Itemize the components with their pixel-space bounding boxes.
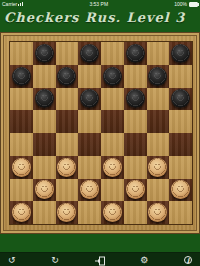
square-b3[interactable] <box>33 156 56 179</box>
white-piece[interactable] <box>148 158 167 177</box>
status-bar: Carrier 3:53 PM 100% <box>0 0 200 8</box>
square-e1[interactable] <box>101 201 124 224</box>
square-e3[interactable] <box>101 156 124 179</box>
square-b7[interactable] <box>33 65 56 88</box>
square-f4[interactable] <box>124 133 147 156</box>
square-f2[interactable] <box>124 179 147 202</box>
square-b6[interactable] <box>33 88 56 111</box>
white-piece[interactable] <box>12 203 31 222</box>
bottom-toolbar: ↺ ↻ ⚙ i <box>0 252 200 266</box>
battery-percent-label: 100% <box>174 0 187 8</box>
black-piece[interactable] <box>126 89 145 108</box>
black-piece[interactable] <box>171 44 190 63</box>
black-piece[interactable] <box>80 89 99 108</box>
square-a7[interactable] <box>10 65 33 88</box>
square-c3[interactable] <box>56 156 79 179</box>
square-e8[interactable] <box>101 42 124 65</box>
square-f8[interactable] <box>124 42 147 65</box>
square-a3[interactable] <box>10 156 33 179</box>
white-piece[interactable] <box>12 158 31 177</box>
board-grid[interactable] <box>9 41 193 225</box>
white-piece[interactable] <box>126 180 145 199</box>
square-f5[interactable] <box>124 110 147 133</box>
square-d5[interactable] <box>78 110 101 133</box>
square-e4[interactable] <box>101 133 124 156</box>
square-b4[interactable] <box>33 133 56 156</box>
black-piece[interactable] <box>35 44 54 63</box>
square-e5[interactable] <box>101 110 124 133</box>
square-d6[interactable] <box>78 88 101 111</box>
square-g5[interactable] <box>147 110 170 133</box>
battery-icon <box>189 2 198 7</box>
square-h8[interactable] <box>169 42 192 65</box>
square-h7[interactable] <box>169 65 192 88</box>
square-d7[interactable] <box>78 65 101 88</box>
square-c2[interactable] <box>56 179 79 202</box>
white-piece[interactable] <box>171 180 190 199</box>
signal-icon <box>18 2 23 6</box>
square-a2[interactable] <box>10 179 33 202</box>
square-d8[interactable] <box>78 42 101 65</box>
white-piece[interactable] <box>57 158 76 177</box>
square-e2[interactable] <box>101 179 124 202</box>
square-c6[interactable] <box>56 88 79 111</box>
exit-to-menu-icon[interactable] <box>95 254 105 266</box>
square-d1[interactable] <box>78 201 101 224</box>
square-b2[interactable] <box>33 179 56 202</box>
black-piece[interactable] <box>171 89 190 108</box>
square-a1[interactable] <box>10 201 33 224</box>
square-a6[interactable] <box>10 88 33 111</box>
square-c1[interactable] <box>56 201 79 224</box>
square-c8[interactable] <box>56 42 79 65</box>
square-g4[interactable] <box>147 133 170 156</box>
black-piece[interactable] <box>57 67 76 86</box>
redo-icon[interactable]: ↻ <box>51 253 59 266</box>
square-b8[interactable] <box>33 42 56 65</box>
square-g8[interactable] <box>147 42 170 65</box>
black-piece[interactable] <box>80 44 99 63</box>
white-piece[interactable] <box>103 203 122 222</box>
square-a5[interactable] <box>10 110 33 133</box>
info-icon[interactable]: i <box>184 253 192 266</box>
square-g3[interactable] <box>147 156 170 179</box>
square-d2[interactable] <box>78 179 101 202</box>
page-title: Checkers Rus. Level 3 <box>0 10 185 25</box>
square-a8[interactable] <box>10 42 33 65</box>
square-e6[interactable] <box>101 88 124 111</box>
square-g7[interactable] <box>147 65 170 88</box>
black-piece[interactable] <box>126 44 145 63</box>
square-d3[interactable] <box>78 156 101 179</box>
white-piece[interactable] <box>148 203 167 222</box>
clock-label: 3:53 PM <box>89 0 108 8</box>
square-a4[interactable] <box>10 133 33 156</box>
black-piece[interactable] <box>35 89 54 108</box>
square-c7[interactable] <box>56 65 79 88</box>
black-piece[interactable] <box>103 67 122 86</box>
white-piece[interactable] <box>103 158 122 177</box>
carrier-label: Carrier <box>2 0 17 8</box>
black-piece[interactable] <box>12 67 31 86</box>
square-b5[interactable] <box>33 110 56 133</box>
square-g1[interactable] <box>147 201 170 224</box>
square-h1[interactable] <box>169 201 192 224</box>
checkers-board-frame <box>0 32 200 234</box>
square-g2[interactable] <box>147 179 170 202</box>
settings-gear-icon[interactable]: ⚙ <box>140 253 148 266</box>
square-b1[interactable] <box>33 201 56 224</box>
square-h5[interactable] <box>169 110 192 133</box>
square-h4[interactable] <box>169 133 192 156</box>
white-piece[interactable] <box>80 180 99 199</box>
square-f1[interactable] <box>124 201 147 224</box>
title-bar: Checkers Rus. Level 3 <box>0 8 200 26</box>
square-f6[interactable] <box>124 88 147 111</box>
white-piece[interactable] <box>35 180 54 199</box>
app-screen: { "game": "checkers-russian-draughts", "… <box>0 0 200 266</box>
white-piece[interactable] <box>57 203 76 222</box>
square-h2[interactable] <box>169 179 192 202</box>
square-h6[interactable] <box>169 88 192 111</box>
square-h3[interactable] <box>169 156 192 179</box>
square-c4[interactable] <box>56 133 79 156</box>
square-f3[interactable] <box>124 156 147 179</box>
square-g6[interactable] <box>147 88 170 111</box>
black-piece[interactable] <box>148 67 167 86</box>
square-f7[interactable] <box>124 65 147 88</box>
square-e7[interactable] <box>101 65 124 88</box>
square-c5[interactable] <box>56 110 79 133</box>
undo-icon[interactable]: ↺ <box>8 253 16 266</box>
square-d4[interactable] <box>78 133 101 156</box>
